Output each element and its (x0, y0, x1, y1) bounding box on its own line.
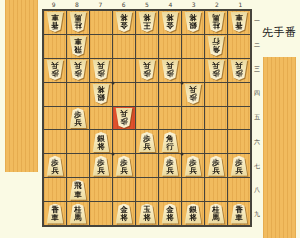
cell-39[interactable]: 銀将 (182, 202, 204, 225)
cell-31[interactable]: 銀将 (182, 11, 204, 34)
cell-89[interactable]: 桂馬 (67, 202, 89, 225)
cell-75[interactable] (90, 107, 112, 130)
cell-78[interactable] (90, 178, 112, 201)
cell-69[interactable]: 金将 (113, 202, 135, 225)
piece-gote-rook[interactable]: 飛車 (67, 35, 89, 58)
cell-45[interactable] (159, 107, 181, 130)
turn-indicator: 先手番 (262, 26, 300, 39)
rank-label: 八 (251, 179, 263, 203)
rank-label: 四 (251, 82, 263, 106)
rank-label: 五 (251, 106, 263, 130)
gote-piece-stand[interactable] (5, 0, 38, 172)
cell-83[interactable]: 歩兵 (67, 59, 89, 82)
piece-sente-pawn[interactable]: 歩兵 (182, 154, 204, 177)
cell-74[interactable]: 銀将 (90, 83, 112, 106)
rank-label: 九 (251, 203, 263, 227)
sente-piece-stand[interactable] (263, 57, 296, 238)
cell-79[interactable] (90, 202, 112, 225)
cell-94[interactable] (44, 83, 66, 106)
cell-61[interactable]: 金将 (113, 11, 135, 34)
cell-17[interactable]: 歩兵 (228, 154, 250, 177)
cell-68[interactable] (113, 178, 135, 201)
file-label: 3 (182, 0, 205, 9)
cell-14[interactable] (228, 83, 250, 106)
cell-35[interactable] (182, 107, 204, 130)
piece-gote-silver[interactable]: 銀将 (182, 11, 204, 34)
piece-sente-knight[interactable]: 桂馬 (67, 202, 89, 225)
piece-sente-pawn[interactable]: 歩兵 (159, 154, 181, 177)
cell-93[interactable]: 歩兵 (44, 59, 66, 82)
cell-24[interactable] (205, 83, 227, 106)
cell-59[interactable]: 玉将 (136, 202, 158, 225)
cell-36[interactable] (182, 130, 204, 153)
cell-25[interactable] (205, 107, 227, 130)
piece-sente-silver[interactable]: 銀将 (182, 202, 204, 225)
cell-21[interactable]: 桂馬 (205, 11, 227, 34)
cell-77[interactable]: 歩兵 (90, 154, 112, 177)
cell-32[interactable] (182, 35, 204, 58)
cell-54[interactable] (136, 83, 158, 106)
piece-gote-pawn[interactable]: 歩兵 (182, 83, 204, 106)
cell-88[interactable]: 飛車 (67, 178, 89, 201)
piece-sente-pawn[interactable]: 歩兵 (136, 130, 158, 153)
cell-56[interactable]: 歩兵 (136, 130, 158, 153)
cell-76[interactable]: 銀将 (90, 130, 112, 153)
piece-gote-lance[interactable]: 香車 (228, 11, 250, 34)
cell-98[interactable] (44, 178, 66, 201)
star-point (111, 81, 114, 84)
file-label: 6 (112, 0, 135, 9)
file-labels: 987654321 (42, 0, 252, 9)
file-label: 4 (159, 0, 182, 9)
piece-gote-pawn[interactable]: 歩兵 (44, 59, 66, 82)
piece-gote-pawn[interactable]: 歩兵 (90, 59, 112, 82)
cell-19[interactable]: 香車 (228, 202, 250, 225)
cell-55[interactable] (136, 107, 158, 130)
board-grid: 香車桂馬金将王将金将銀将桂馬香車飛車角行歩兵歩兵歩兵歩兵歩兵歩兵歩兵銀将歩兵歩兵… (42, 9, 252, 227)
piece-sente-lance[interactable]: 香車 (44, 202, 66, 225)
cell-65[interactable]: 歩兵 (113, 107, 135, 130)
piece-gote-silver[interactable]: 銀将 (90, 83, 112, 106)
piece-sente-gold[interactable]: 金将 (159, 202, 181, 225)
piece-gote-pawn[interactable]: 歩兵 (205, 59, 227, 82)
rank-labels: 一二三四五六七八九 (251, 9, 263, 227)
cell-91[interactable]: 香車 (44, 11, 66, 34)
piece-sente-pawn[interactable]: 歩兵 (205, 154, 227, 177)
cell-81[interactable]: 桂馬 (67, 11, 89, 34)
file-label: 2 (205, 0, 228, 9)
piece-gote-pawn[interactable]: 歩兵 (67, 59, 89, 82)
cell-58[interactable] (136, 178, 158, 201)
piece-gote-bishop[interactable]: 角行 (205, 35, 227, 58)
piece-sente-pawn[interactable]: 歩兵 (67, 107, 89, 130)
piece-gote-lance[interactable]: 香車 (44, 11, 66, 34)
cell-13[interactable]: 歩兵 (228, 59, 250, 82)
cell-27[interactable]: 歩兵 (205, 154, 227, 177)
cell-64[interactable] (113, 83, 135, 106)
cell-57[interactable] (136, 154, 158, 177)
piece-gote-pawn[interactable]: 歩兵 (159, 59, 181, 82)
cell-66[interactable] (113, 130, 135, 153)
cell-97[interactable]: 歩兵 (44, 154, 66, 177)
file-label: 1 (229, 0, 252, 9)
cell-92[interactable] (44, 35, 66, 58)
cell-15[interactable] (228, 107, 250, 130)
cell-63[interactable] (113, 59, 135, 82)
cell-29[interactable]: 桂馬 (205, 202, 227, 225)
cell-52[interactable] (136, 35, 158, 58)
cell-95[interactable] (44, 107, 66, 130)
cell-67[interactable]: 歩兵 (113, 154, 135, 177)
cell-86[interactable] (67, 130, 89, 153)
piece-sente-bishop[interactable]: 角行 (159, 130, 181, 153)
file-label: 8 (65, 0, 88, 9)
piece-sente-knight[interactable]: 桂馬 (205, 202, 227, 225)
cell-47[interactable]: 歩兵 (159, 154, 181, 177)
piece-sente-silver[interactable]: 銀将 (90, 130, 112, 153)
piece-sente-pawn[interactable]: 歩兵 (113, 154, 135, 177)
piece-gote-knight[interactable]: 桂馬 (205, 11, 227, 34)
rank-label: 六 (251, 130, 263, 154)
cell-72[interactable] (90, 35, 112, 58)
piece-sente-pawn[interactable]: 歩兵 (90, 154, 112, 177)
file-label: 5 (135, 0, 158, 9)
cell-99[interactable]: 香車 (44, 202, 66, 225)
piece-sente-pawn[interactable]: 歩兵 (44, 154, 66, 177)
cell-16[interactable] (228, 130, 250, 153)
cell-44[interactable] (159, 83, 181, 106)
piece-sente-pawn[interactable]: 歩兵 (228, 154, 250, 177)
cell-96[interactable] (44, 130, 66, 153)
cell-37[interactable]: 歩兵 (182, 154, 204, 177)
piece-sente-gold[interactable]: 金将 (113, 202, 135, 225)
cell-33[interactable] (182, 59, 204, 82)
cell-73[interactable]: 歩兵 (90, 59, 112, 82)
star-point (180, 81, 183, 84)
piece-gote-knight[interactable]: 桂馬 (67, 11, 89, 34)
cell-51[interactable]: 王将 (136, 11, 158, 34)
piece-gote-pawn[interactable]: 歩兵 (228, 59, 250, 82)
cell-85[interactable]: 歩兵 (67, 107, 89, 130)
cell-46[interactable]: 角行 (159, 130, 181, 153)
file-label: 7 (89, 0, 112, 9)
cell-42[interactable] (159, 35, 181, 58)
cell-84[interactable] (67, 83, 89, 106)
cell-71[interactable] (90, 11, 112, 34)
piece-sente-lance[interactable]: 香車 (228, 202, 250, 225)
star-point (180, 153, 183, 156)
cell-53[interactable]: 歩兵 (136, 59, 158, 82)
cell-34[interactable]: 歩兵 (182, 83, 204, 106)
rank-label: 三 (251, 57, 263, 81)
piece-sente-king[interactable]: 玉将 (136, 202, 158, 225)
rank-label: 七 (251, 154, 263, 178)
cell-12[interactable] (228, 35, 250, 58)
cell-38[interactable] (182, 178, 204, 201)
piece-gote-gold[interactable]: 金将 (113, 11, 135, 34)
cell-48[interactable] (159, 178, 181, 201)
cell-28[interactable] (205, 178, 227, 201)
cell-23[interactable]: 歩兵 (205, 59, 227, 82)
cell-22[interactable]: 角行 (205, 35, 227, 58)
star-point (111, 153, 114, 156)
cell-49[interactable]: 金将 (159, 202, 181, 225)
piece-gote-gold[interactable]: 金将 (159, 11, 181, 34)
cell-62[interactable] (113, 35, 135, 58)
piece-gote-pawn[interactable]: 歩兵 (113, 107, 135, 130)
cell-87[interactable] (67, 154, 89, 177)
file-label: 9 (42, 0, 65, 9)
piece-gote-pawn[interactable]: 歩兵 (136, 59, 158, 82)
cell-18[interactable] (228, 178, 250, 201)
cell-26[interactable] (205, 130, 227, 153)
cell-11[interactable]: 香車 (228, 11, 250, 34)
cell-43[interactable]: 歩兵 (159, 59, 181, 82)
cell-82[interactable]: 飛車 (67, 35, 89, 58)
cell-41[interactable]: 金将 (159, 11, 181, 34)
piece-sente-rook[interactable]: 飛車 (67, 178, 89, 201)
piece-gote-king[interactable]: 王将 (136, 11, 158, 34)
